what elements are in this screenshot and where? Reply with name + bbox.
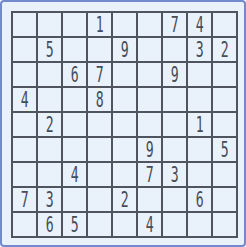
cell-r1c3[interactable] bbox=[63, 13, 86, 36]
sudoku-board: 17459326794821954737326654 bbox=[11, 11, 238, 238]
cell-r1c8[interactable]: 4 bbox=[188, 13, 211, 36]
cell-r9c5[interactable] bbox=[113, 213, 136, 236]
given-digit: 2 bbox=[46, 114, 54, 136]
cell-r5c5[interactable] bbox=[113, 113, 136, 136]
cell-r4c7[interactable] bbox=[163, 88, 186, 111]
cell-r8c9[interactable] bbox=[213, 188, 236, 211]
given-digit: 7 bbox=[21, 189, 29, 211]
cell-r1c1[interactable] bbox=[13, 13, 36, 36]
cell-r4c1[interactable]: 4 bbox=[13, 88, 36, 111]
given-digit: 6 bbox=[71, 64, 79, 86]
cell-r3c7[interactable]: 9 bbox=[163, 63, 186, 86]
cell-r5c1[interactable] bbox=[13, 113, 36, 136]
cell-r4c2[interactable] bbox=[38, 88, 61, 111]
cell-r1c5[interactable] bbox=[113, 13, 136, 36]
given-digit: 3 bbox=[171, 164, 179, 186]
cell-r8c5[interactable]: 2 bbox=[113, 188, 136, 211]
cell-r8c4[interactable] bbox=[88, 188, 111, 211]
cell-r5c3[interactable] bbox=[63, 113, 86, 136]
cell-r9c6[interactable]: 4 bbox=[138, 213, 161, 236]
cell-r9c7[interactable] bbox=[163, 213, 186, 236]
given-digit: 1 bbox=[196, 114, 204, 136]
cell-r4c3[interactable] bbox=[63, 88, 86, 111]
given-digit: 7 bbox=[171, 14, 179, 36]
cell-r8c2[interactable]: 3 bbox=[38, 188, 61, 211]
given-digit: 5 bbox=[46, 39, 54, 61]
cell-r3c6[interactable] bbox=[138, 63, 161, 86]
cell-r6c7[interactable] bbox=[163, 138, 186, 161]
cell-r3c2[interactable] bbox=[38, 63, 61, 86]
given-digit: 4 bbox=[21, 89, 29, 111]
cell-r2c1[interactable] bbox=[13, 38, 36, 61]
given-digit: 4 bbox=[196, 14, 204, 36]
cell-r6c5[interactable] bbox=[113, 138, 136, 161]
cell-r6c6[interactable]: 9 bbox=[138, 138, 161, 161]
cell-r9c1[interactable] bbox=[13, 213, 36, 236]
cell-r3c5[interactable] bbox=[113, 63, 136, 86]
cell-r1c2[interactable] bbox=[38, 13, 61, 36]
sudoku-window: 17459326794821954737326654 bbox=[0, 0, 246, 247]
cell-r2c4[interactable] bbox=[88, 38, 111, 61]
cell-r1c6[interactable] bbox=[138, 13, 161, 36]
cell-r3c1[interactable] bbox=[13, 63, 36, 86]
given-digit: 6 bbox=[196, 189, 204, 211]
given-digit: 4 bbox=[146, 214, 154, 236]
cell-r2c2[interactable]: 5 bbox=[38, 38, 61, 61]
cell-r2c7[interactable] bbox=[163, 38, 186, 61]
cell-r2c5[interactable]: 9 bbox=[113, 38, 136, 61]
cell-r9c4[interactable] bbox=[88, 213, 111, 236]
cell-r3c4[interactable]: 7 bbox=[88, 63, 111, 86]
cell-r7c1[interactable] bbox=[13, 163, 36, 186]
cell-r8c1[interactable]: 7 bbox=[13, 188, 36, 211]
cell-r7c4[interactable] bbox=[88, 163, 111, 186]
cell-r1c4[interactable]: 1 bbox=[88, 13, 111, 36]
given-digit: 9 bbox=[121, 39, 129, 61]
cell-r9c8[interactable] bbox=[188, 213, 211, 236]
cell-r8c8[interactable]: 6 bbox=[188, 188, 211, 211]
given-digit: 7 bbox=[146, 164, 154, 186]
cell-r5c6[interactable] bbox=[138, 113, 161, 136]
given-digit: 8 bbox=[96, 89, 104, 111]
cell-r4c6[interactable] bbox=[138, 88, 161, 111]
cell-r4c8[interactable] bbox=[188, 88, 211, 111]
given-digit: 2 bbox=[221, 39, 229, 61]
given-digit: 3 bbox=[196, 39, 204, 61]
given-digit: 4 bbox=[71, 164, 79, 186]
given-digit: 2 bbox=[121, 189, 129, 211]
cell-r8c6[interactable] bbox=[138, 188, 161, 211]
given-digit: 7 bbox=[96, 64, 104, 86]
cell-r6c1[interactable] bbox=[13, 138, 36, 161]
cell-r1c9[interactable] bbox=[213, 13, 236, 36]
cell-r7c3[interactable]: 4 bbox=[63, 163, 86, 186]
cell-r9c2[interactable]: 6 bbox=[38, 213, 61, 236]
cell-r5c2[interactable]: 2 bbox=[38, 113, 61, 136]
cell-r9c9[interactable] bbox=[213, 213, 236, 236]
cell-r9c3[interactable]: 5 bbox=[63, 213, 86, 236]
cell-r2c6[interactable] bbox=[138, 38, 161, 61]
cell-r7c2[interactable] bbox=[38, 163, 61, 186]
cell-r7c5[interactable] bbox=[113, 163, 136, 186]
given-digit: 9 bbox=[146, 139, 154, 161]
cell-r3c8[interactable] bbox=[188, 63, 211, 86]
cell-r7c6[interactable]: 7 bbox=[138, 163, 161, 186]
cell-r6c4[interactable] bbox=[88, 138, 111, 161]
cell-r8c7[interactable] bbox=[163, 188, 186, 211]
cell-r3c3[interactable]: 6 bbox=[63, 63, 86, 86]
given-digit: 5 bbox=[71, 214, 79, 236]
given-digit: 5 bbox=[221, 139, 229, 161]
given-digit: 6 bbox=[46, 214, 54, 236]
cell-r1c7[interactable]: 7 bbox=[163, 13, 186, 36]
cell-r2c3[interactable] bbox=[63, 38, 86, 61]
cell-r6c3[interactable] bbox=[63, 138, 86, 161]
given-digit: 9 bbox=[171, 64, 179, 86]
cell-r7c8[interactable] bbox=[188, 163, 211, 186]
cell-r7c9[interactable] bbox=[213, 163, 236, 186]
cell-r4c5[interactable] bbox=[113, 88, 136, 111]
cell-r8c3[interactable] bbox=[63, 188, 86, 211]
cell-r6c8[interactable] bbox=[188, 138, 211, 161]
cell-r5c4[interactable] bbox=[88, 113, 111, 136]
given-digit: 1 bbox=[96, 14, 104, 36]
cell-r3c9[interactable] bbox=[213, 63, 236, 86]
cell-r5c8[interactable]: 1 bbox=[188, 113, 211, 136]
given-digit: 3 bbox=[46, 189, 54, 211]
cell-r2c8[interactable]: 3 bbox=[188, 38, 211, 61]
cell-r7c7[interactable]: 3 bbox=[163, 163, 186, 186]
cell-r5c7[interactable] bbox=[163, 113, 186, 136]
cell-r6c9[interactable]: 5 bbox=[213, 138, 236, 161]
cell-r6c2[interactable] bbox=[38, 138, 61, 161]
cell-r2c9[interactable]: 2 bbox=[213, 38, 236, 61]
cell-r4c4[interactable]: 8 bbox=[88, 88, 111, 111]
cell-r4c9[interactable] bbox=[213, 88, 236, 111]
cell-r5c9[interactable] bbox=[213, 113, 236, 136]
